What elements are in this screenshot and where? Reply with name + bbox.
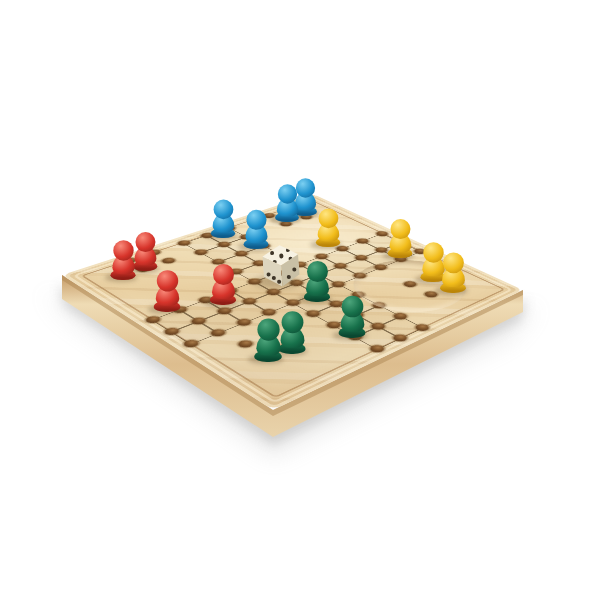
peg-green-g6[interactable] (302, 261, 332, 303)
peg-red-home[interactable] (108, 240, 137, 281)
peg-head (213, 200, 233, 220)
peg-blue-a5[interactable] (209, 200, 237, 239)
peg-green-j7[interactable] (337, 296, 368, 339)
peg-yellow-home[interactable] (438, 252, 468, 294)
die-pip (292, 268, 296, 272)
peg-head (281, 311, 303, 333)
peg-head (277, 184, 296, 203)
peg-head (318, 209, 338, 229)
peg-head (246, 210, 266, 230)
die-pip (285, 248, 290, 253)
die-pip (267, 272, 271, 276)
product-photo-stage (0, 0, 600, 600)
die-pip (279, 254, 284, 259)
peg-blue-home[interactable] (273, 184, 301, 223)
peg-yellow-e3[interactable] (314, 209, 342, 248)
peg-red-e10[interactable] (152, 270, 183, 313)
peg-head (390, 219, 410, 239)
die-pip (287, 275, 291, 279)
peg-head (135, 232, 155, 252)
peg-head (156, 270, 177, 291)
peg-head (307, 261, 328, 282)
die-pip (270, 251, 275, 256)
peg-yellow-g2[interactable] (386, 219, 415, 259)
pieces-layer (0, 0, 600, 600)
peg-head (213, 264, 234, 285)
peg-green-home[interactable] (252, 318, 284, 363)
die[interactable] (260, 242, 303, 289)
peg-red-f9[interactable] (208, 264, 238, 306)
peg-head (257, 318, 279, 340)
peg-head (113, 240, 133, 260)
peg-head (443, 252, 464, 273)
peg-head (341, 296, 363, 318)
die-pip (277, 280, 281, 284)
die-pip (272, 276, 276, 280)
